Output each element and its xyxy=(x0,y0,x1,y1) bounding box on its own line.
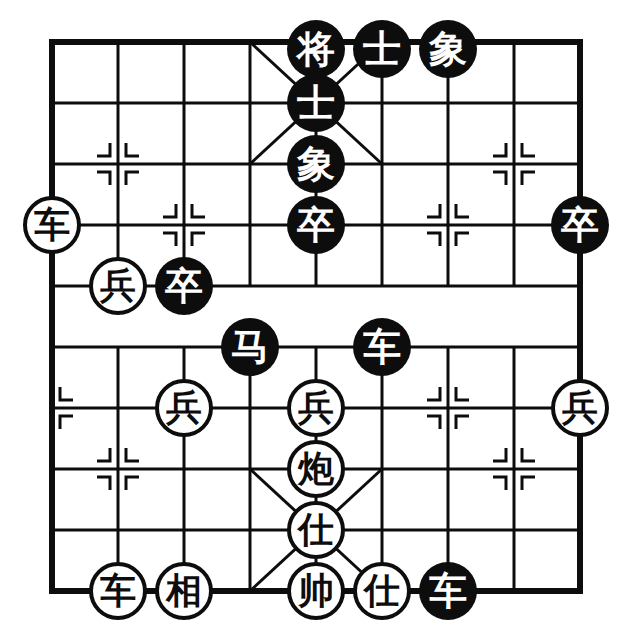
position-marker xyxy=(522,448,535,461)
piece-black-chariot-g1[interactable]: 车 xyxy=(419,562,477,620)
position-marker xyxy=(126,172,139,185)
position-marker xyxy=(192,233,205,246)
piece-black-soldier-c6[interactable]: 卒 xyxy=(155,257,213,315)
position-marker xyxy=(126,477,139,490)
piece-black-advisor-e9[interactable]: 士 xyxy=(287,74,345,132)
piece-black-horse-d5[interactable]: 马 xyxy=(221,318,279,376)
piece-red-chariot-b1[interactable]: 车 xyxy=(89,562,147,620)
position-marker xyxy=(427,387,440,400)
position-marker xyxy=(522,477,535,490)
piece-black-soldier-i7[interactable]: 卒 xyxy=(551,196,609,254)
position-marker xyxy=(163,233,176,246)
position-marker xyxy=(427,204,440,217)
position-marker xyxy=(493,143,506,156)
xiangqi-board: 将士象士象车卒卒兵卒马车兵兵兵炮仕车相帅仕车 xyxy=(0,0,640,640)
piece-red-advisor-e2[interactable]: 仕 xyxy=(287,501,345,559)
position-marker xyxy=(493,448,506,461)
position-marker xyxy=(126,143,139,156)
piece-red-soldier-c4[interactable]: 兵 xyxy=(155,379,213,437)
position-marker xyxy=(60,387,73,400)
position-marker xyxy=(97,477,110,490)
piece-black-elephant-e8[interactable]: 象 xyxy=(287,135,345,193)
position-marker xyxy=(97,172,110,185)
piece-black-advisor-f10[interactable]: 士 xyxy=(353,20,411,78)
position-marker xyxy=(456,204,469,217)
piece-black-elephant-g10[interactable]: 象 xyxy=(419,20,477,78)
piece-red-general-e1[interactable]: 帅 xyxy=(287,562,345,620)
position-marker xyxy=(427,233,440,246)
position-marker xyxy=(493,477,506,490)
position-marker xyxy=(97,143,110,156)
position-marker xyxy=(522,143,535,156)
piece-black-soldier-e7[interactable]: 卒 xyxy=(287,196,345,254)
position-marker xyxy=(192,204,205,217)
position-marker xyxy=(163,204,176,217)
position-marker xyxy=(97,448,110,461)
position-marker xyxy=(493,172,506,185)
position-marker xyxy=(456,416,469,429)
position-marker xyxy=(126,448,139,461)
piece-black-chariot-f5[interactable]: 车 xyxy=(353,318,411,376)
piece-black-general-e10[interactable]: 将 xyxy=(287,20,345,78)
position-marker xyxy=(427,416,440,429)
piece-red-soldier-b6[interactable]: 兵 xyxy=(89,257,147,315)
piece-red-soldier-i4[interactable]: 兵 xyxy=(551,379,609,437)
piece-red-elephant-c1[interactable]: 相 xyxy=(155,562,213,620)
position-marker xyxy=(522,172,535,185)
piece-red-cannon-e3[interactable]: 炮 xyxy=(287,440,345,498)
piece-red-soldier-e4[interactable]: 兵 xyxy=(287,379,345,437)
piece-red-chariot-a7[interactable]: 车 xyxy=(23,196,81,254)
piece-red-advisor-f1[interactable]: 仕 xyxy=(353,562,411,620)
position-marker xyxy=(456,387,469,400)
page-background: 将士象士象车卒卒兵卒马车兵兵兵炮仕车相帅仕车 xyxy=(0,0,640,640)
position-marker xyxy=(456,233,469,246)
position-marker xyxy=(60,416,73,429)
